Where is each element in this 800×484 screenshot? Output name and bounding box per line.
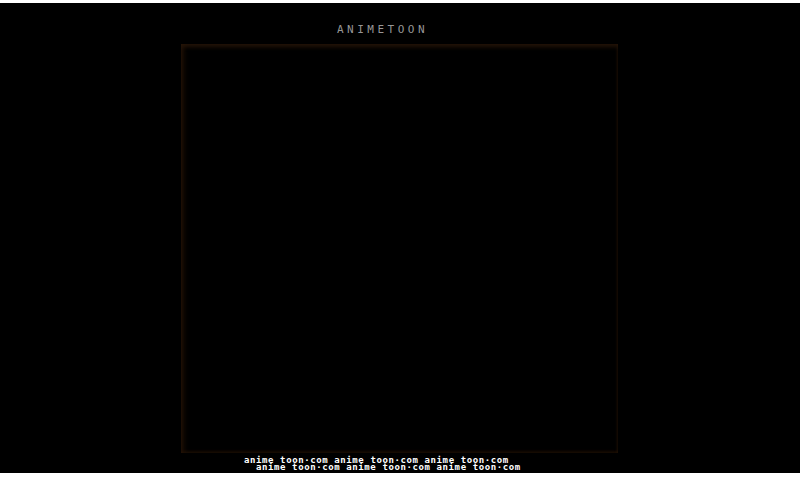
site-title: ANIMETOON: [337, 23, 428, 36]
watermark-line-2: anime toon·com anime toon·com anime toon…: [256, 464, 521, 471]
chess-board: [181, 44, 618, 453]
page: { "game": "chess", "header": { "title": …: [0, 0, 800, 484]
black-stage: ANIMETOON anime toon·com anime toon·com …: [0, 3, 800, 473]
